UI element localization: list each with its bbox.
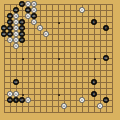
stone-black-B15[interactable]: 41 xyxy=(7,25,12,30)
move-number-label: 11 xyxy=(104,99,107,102)
move-number-label: 45 xyxy=(8,33,11,36)
star-point-Q10 xyxy=(94,58,96,60)
stone-white-C15[interactable]: 18 xyxy=(13,25,18,30)
move-number-label: 32 xyxy=(32,9,35,12)
stone-white-E17[interactable]: 30 xyxy=(25,13,30,18)
move-number-label: 15 xyxy=(8,99,11,102)
move-number-label: 37 xyxy=(8,21,11,24)
move-number-label: 18 xyxy=(14,27,17,30)
stone-white-E3[interactable]: 12 xyxy=(25,97,30,102)
move-number-label: 35 xyxy=(32,15,35,18)
move-number-label: 40 xyxy=(38,27,41,30)
stone-white-C4[interactable]: 10 xyxy=(13,91,18,96)
move-number-label: 5 xyxy=(15,99,17,102)
stone-white-F18[interactable]: 32 xyxy=(31,7,36,12)
stone-black-D16[interactable]: 21 xyxy=(19,19,24,24)
stone-white-C13[interactable]: 22 xyxy=(13,37,18,42)
stone-white-C14[interactable]: 20 xyxy=(13,31,18,36)
move-number-label: 21 xyxy=(20,21,23,24)
star-point-K10 xyxy=(58,58,60,60)
move-number-label: 33 xyxy=(8,15,11,18)
stone-white-O18[interactable]: 2 xyxy=(79,7,84,12)
star-point-K16 xyxy=(58,22,60,24)
move-number-label: 31 xyxy=(26,9,29,12)
stone-white-C17[interactable]: 28 xyxy=(13,13,18,18)
stone-white-B13[interactable]: 24 xyxy=(7,37,12,42)
stone-black-S15[interactable]: 7 xyxy=(103,25,108,30)
stone-black-E18[interactable]: 31 xyxy=(25,7,30,12)
move-number-label: 42 xyxy=(44,33,47,36)
move-number-label: 20 xyxy=(14,33,17,36)
stone-black-Q16[interactable]: 1 xyxy=(91,19,96,24)
stone-white-C16[interactable]: 16 xyxy=(13,19,18,24)
move-number-label: 16 xyxy=(14,21,17,24)
move-number-label: 47 xyxy=(20,3,23,6)
stone-black-F17[interactable]: 35 xyxy=(31,13,36,18)
move-number-label: 19 xyxy=(104,57,107,60)
star-point-D4 xyxy=(22,94,24,96)
stone-black-A15[interactable]: 39 xyxy=(1,25,6,30)
move-number-label: 41 xyxy=(8,27,11,30)
move-number-label: 43 xyxy=(2,33,5,36)
stone-black-Q6[interactable]: 9 xyxy=(91,79,96,84)
move-number-label: 7 xyxy=(105,27,107,30)
stone-black-A14[interactable]: 43 xyxy=(1,31,6,36)
stone-black-D19[interactable]: 47 xyxy=(19,1,24,6)
move-number-label: 1 xyxy=(93,21,95,24)
move-number-label: 9 xyxy=(93,81,95,84)
move-number-label: 36 xyxy=(26,3,29,6)
move-number-label: 24 xyxy=(8,39,11,42)
stone-white-E19[interactable]: 36 xyxy=(25,1,30,6)
stone-black-B17[interactable]: 33 xyxy=(7,13,12,18)
move-number-label: 23 xyxy=(20,27,23,30)
move-number-label: 4 xyxy=(81,99,83,102)
move-number-label: 39 xyxy=(2,27,5,30)
move-number-label: 38 xyxy=(32,3,35,6)
move-number-label: 27 xyxy=(20,39,23,42)
move-number-label: 12 xyxy=(26,99,29,102)
move-number-label: 10 xyxy=(14,93,17,96)
stone-white-R2[interactable]: 6 xyxy=(97,103,102,108)
move-number-label: 3 xyxy=(93,93,95,96)
stone-black-B14[interactable]: 45 xyxy=(7,31,12,36)
stone-black-B3[interactable]: 15 xyxy=(7,97,12,102)
star-point-K4 xyxy=(58,94,60,96)
stone-black-D14[interactable]: 25 xyxy=(19,31,24,36)
move-number-label: 14 xyxy=(62,105,65,108)
stone-black-C3[interactable]: 5 xyxy=(13,97,18,102)
move-number-label: 2 xyxy=(81,9,83,12)
star-point-D10 xyxy=(22,58,24,60)
stone-white-C12[interactable]: 26 xyxy=(13,43,18,48)
move-number-label: 17 xyxy=(20,99,23,102)
move-number-label: 6 xyxy=(99,105,101,108)
stone-black-C6[interactable]: 13 xyxy=(13,79,18,84)
move-number-label: 28 xyxy=(14,15,17,18)
move-number-label: 29 xyxy=(14,9,17,12)
move-number-label: 34 xyxy=(32,21,35,24)
stone-black-D13[interactable]: 27 xyxy=(19,37,24,42)
stone-white-F19[interactable]: 38 xyxy=(31,1,36,6)
stone-black-Q4[interactable]: 3 xyxy=(91,91,96,96)
move-number-label: 30 xyxy=(26,15,29,18)
stone-white-G15[interactable]: 40 xyxy=(37,25,42,30)
stone-black-C18[interactable]: 29 xyxy=(13,7,18,12)
stone-black-B16[interactable]: 37 xyxy=(7,19,12,24)
move-number-label: 26 xyxy=(14,45,17,48)
move-number-label: 25 xyxy=(20,33,23,36)
stone-white-H14[interactable]: 42 xyxy=(43,31,48,36)
move-number-label: 22 xyxy=(14,39,17,42)
stone-black-S10[interactable]: 19 xyxy=(103,55,108,60)
move-number-label: 13 xyxy=(14,81,17,84)
stone-white-B4[interactable]: 8 xyxy=(7,91,12,96)
stone-black-D15[interactable]: 23 xyxy=(19,25,24,30)
stone-black-D3[interactable]: 17 xyxy=(19,97,24,102)
stone-white-F16[interactable]: 34 xyxy=(31,19,36,24)
stone-white-O3[interactable]: 4 xyxy=(79,97,84,102)
go-board[interactable]: 1234567891011121314151617181920212223242… xyxy=(0,0,120,120)
stone-black-S3[interactable]: 11 xyxy=(103,97,108,102)
move-number-label: 8 xyxy=(9,93,11,96)
stone-white-L2[interactable]: 14 xyxy=(61,103,66,108)
